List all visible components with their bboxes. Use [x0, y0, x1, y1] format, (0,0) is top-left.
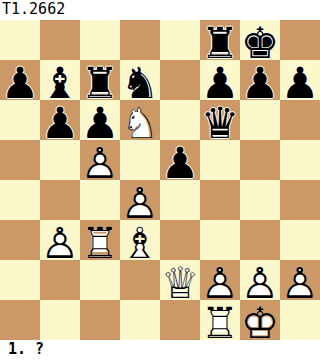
white-bishop: ♝♗	[120, 220, 160, 260]
white-pawn-outline: ♙	[40, 223, 80, 263]
square-g8[interactable]: ♚	[240, 20, 280, 60]
white-rook-fill: ♜	[200, 303, 240, 343]
square-b5[interactable]	[40, 140, 80, 180]
square-d6[interactable]: ♞♘	[120, 100, 160, 140]
square-e7[interactable]	[160, 60, 200, 100]
square-d3[interactable]: ♝♗	[120, 220, 160, 260]
black-pawn-fill: ♟	[200, 63, 240, 103]
square-d5[interactable]	[120, 140, 160, 180]
white-rook: ♜♖	[200, 300, 240, 340]
square-b1[interactable]	[40, 300, 80, 340]
square-h3[interactable]	[280, 220, 320, 260]
black-pawn-fill: ♟	[80, 103, 120, 143]
white-rook-outline: ♖	[200, 303, 240, 343]
square-c2[interactable]	[80, 260, 120, 300]
square-f5[interactable]	[200, 140, 240, 180]
square-f4[interactable]	[200, 180, 240, 220]
square-b2[interactable]	[40, 260, 80, 300]
square-c4[interactable]	[80, 180, 120, 220]
square-h1[interactable]	[280, 300, 320, 340]
white-knight-outline: ♘	[120, 103, 160, 143]
white-bishop-fill: ♝	[120, 223, 160, 263]
square-d2[interactable]	[120, 260, 160, 300]
white-pawn-fill: ♟	[80, 143, 120, 183]
black-king: ♚	[240, 20, 280, 60]
square-e6[interactable]	[160, 100, 200, 140]
square-a2[interactable]	[0, 260, 40, 300]
white-pawn: ♟♙	[240, 260, 280, 300]
black-rook: ♜	[200, 20, 240, 60]
square-f8[interactable]: ♜	[200, 20, 240, 60]
white-bishop-outline: ♗	[120, 223, 160, 263]
black-bishop: ♝	[40, 60, 80, 100]
square-g6[interactable]	[240, 100, 280, 140]
chess-puzzle-app: T1.2662 ♜♚♟♝♜♞♟♟♟♟♟♞♘♛♟♙♟♟♙♟♙♜♖♝♗♛♕♟♙♟♙♟…	[0, 0, 320, 360]
white-pawn: ♟♙	[80, 140, 120, 180]
black-rook: ♜	[80, 60, 120, 100]
black-rook-fill: ♜	[200, 23, 240, 63]
square-h6[interactable]	[280, 100, 320, 140]
square-a1[interactable]	[0, 300, 40, 340]
square-b4[interactable]	[40, 180, 80, 220]
square-c1[interactable]	[80, 300, 120, 340]
white-rook-outline: ♖	[80, 223, 120, 263]
white-king-outline: ♔	[240, 303, 280, 343]
white-knight-fill: ♞	[120, 103, 160, 143]
white-pawn: ♟♙	[40, 220, 80, 260]
white-pawn: ♟♙	[200, 260, 240, 300]
white-king-fill: ♚	[240, 303, 280, 343]
puzzle-id: T1.2662	[0, 0, 320, 20]
white-pawn-outline: ♙	[200, 263, 240, 303]
square-g7[interactable]: ♟	[240, 60, 280, 100]
white-pawn-outline: ♙	[240, 263, 280, 303]
square-f2[interactable]: ♟♙	[200, 260, 240, 300]
black-pawn-fill: ♟	[40, 103, 80, 143]
black-pawn: ♟	[200, 60, 240, 100]
square-b6[interactable]: ♟	[40, 100, 80, 140]
square-c3[interactable]: ♜♖	[80, 220, 120, 260]
black-pawn: ♟	[240, 60, 280, 100]
black-pawn-fill: ♟	[160, 143, 200, 183]
white-pawn: ♟♙	[280, 260, 320, 300]
square-b8[interactable]	[40, 20, 80, 60]
square-d1[interactable]	[120, 300, 160, 340]
black-knight: ♞	[120, 60, 160, 100]
black-bishop-fill: ♝	[40, 63, 80, 103]
square-h8[interactable]	[280, 20, 320, 60]
white-pawn-fill: ♟	[120, 183, 160, 223]
black-knight-fill: ♞	[120, 63, 160, 103]
square-c8[interactable]	[80, 20, 120, 60]
white-pawn-fill: ♟	[240, 263, 280, 303]
square-d4[interactable]: ♟♙	[120, 180, 160, 220]
white-pawn-outline: ♙	[80, 143, 120, 183]
square-c5[interactable]: ♟♙	[80, 140, 120, 180]
white-pawn-outline: ♙	[280, 263, 320, 303]
square-a8[interactable]	[0, 20, 40, 60]
square-a5[interactable]	[0, 140, 40, 180]
black-pawn: ♟	[280, 60, 320, 100]
white-pawn-fill: ♟	[40, 223, 80, 263]
black-queen-fill: ♛	[200, 103, 240, 143]
white-queen-outline: ♕	[160, 263, 200, 303]
square-e3[interactable]	[160, 220, 200, 260]
square-e4[interactable]	[160, 180, 200, 220]
square-f3[interactable]	[200, 220, 240, 260]
black-king-fill: ♚	[240, 23, 280, 63]
square-g5[interactable]	[240, 140, 280, 180]
white-pawn-fill: ♟	[280, 263, 320, 303]
square-f1[interactable]: ♜♖	[200, 300, 240, 340]
square-h7[interactable]: ♟	[280, 60, 320, 100]
square-h4[interactable]	[280, 180, 320, 220]
square-d7[interactable]: ♞	[120, 60, 160, 100]
white-pawn: ♟♙	[120, 180, 160, 220]
move-prompt: 1. ?	[0, 340, 320, 360]
square-a6[interactable]	[0, 100, 40, 140]
square-g3[interactable]	[240, 220, 280, 260]
black-pawn-fill: ♟	[240, 63, 280, 103]
black-pawn: ♟	[40, 100, 80, 140]
white-rook-fill: ♜	[80, 223, 120, 263]
black-pawn-fill: ♟	[280, 63, 320, 103]
square-g1[interactable]: ♚♔	[240, 300, 280, 340]
square-g2[interactable]: ♟♙	[240, 260, 280, 300]
black-pawn-fill: ♟	[0, 63, 40, 103]
square-e2[interactable]: ♛♕	[160, 260, 200, 300]
square-f7[interactable]: ♟	[200, 60, 240, 100]
square-a4[interactable]	[0, 180, 40, 220]
white-queen-fill: ♛	[160, 263, 200, 303]
white-king: ♚♔	[240, 300, 280, 340]
square-h2[interactable]: ♟♙	[280, 260, 320, 300]
white-pawn-outline: ♙	[120, 183, 160, 223]
white-rook: ♜♖	[80, 220, 120, 260]
black-pawn: ♟	[0, 60, 40, 100]
square-a7[interactable]: ♟	[0, 60, 40, 100]
square-h5[interactable]	[280, 140, 320, 180]
white-knight: ♞♘	[120, 100, 160, 140]
square-e8[interactable]	[160, 20, 200, 60]
square-c7[interactable]: ♜	[80, 60, 120, 100]
square-g4[interactable]	[240, 180, 280, 220]
square-e5[interactable]: ♟	[160, 140, 200, 180]
black-queen: ♛	[200, 100, 240, 140]
square-e1[interactable]	[160, 300, 200, 340]
square-b3[interactable]: ♟♙	[40, 220, 80, 260]
square-b7[interactable]: ♝	[40, 60, 80, 100]
white-pawn-fill: ♟	[200, 263, 240, 303]
square-f6[interactable]: ♛	[200, 100, 240, 140]
square-d8[interactable]	[120, 20, 160, 60]
square-c6[interactable]: ♟	[80, 100, 120, 140]
black-rook-fill: ♜	[80, 63, 120, 103]
black-pawn: ♟	[160, 140, 200, 180]
square-a3[interactable]	[0, 220, 40, 260]
black-pawn: ♟	[80, 100, 120, 140]
chess-board: ♜♚♟♝♜♞♟♟♟♟♟♞♘♛♟♙♟♟♙♟♙♜♖♝♗♛♕♟♙♟♙♟♙♜♖♚♔	[0, 20, 320, 340]
white-queen: ♛♕	[160, 260, 200, 300]
